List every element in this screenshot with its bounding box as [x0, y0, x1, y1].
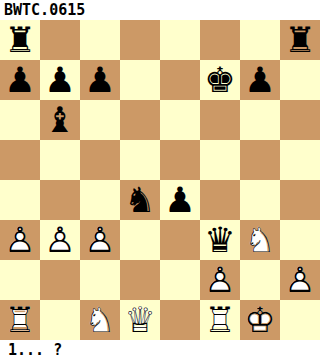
square-b6[interactable]: ♝: [40, 100, 80, 140]
square-f4[interactable]: [200, 180, 240, 220]
square-d3[interactable]: [120, 220, 160, 260]
white-piece-outline: ♙: [200, 260, 240, 300]
black-queen-piece[interactable]: ♛: [200, 220, 240, 260]
white-queen-piece[interactable]: ♛♕: [120, 300, 160, 340]
square-c4[interactable]: [80, 180, 120, 220]
square-h6[interactable]: [280, 100, 320, 140]
square-e8[interactable]: [160, 20, 200, 60]
square-f8[interactable]: [200, 20, 240, 60]
square-a3[interactable]: ♟♙: [0, 220, 40, 260]
square-f5[interactable]: [200, 140, 240, 180]
square-f1[interactable]: ♜♖: [200, 300, 240, 340]
square-h7[interactable]: [280, 60, 320, 100]
black-piece-glyph: ♞: [120, 180, 160, 220]
black-piece-glyph: ♟: [160, 180, 200, 220]
square-g1[interactable]: ♚♔: [240, 300, 280, 340]
black-piece-glyph: ♟: [40, 60, 80, 100]
square-g5[interactable]: [240, 140, 280, 180]
square-a7[interactable]: ♟: [0, 60, 40, 100]
white-rook-piece[interactable]: ♜♖: [0, 300, 40, 340]
square-d5[interactable]: [120, 140, 160, 180]
chess-board: ♜♜♟♟♟♚♟♝♞♟♟♙♟♙♟♙♛♞♘♟♙♟♙♜♖♞♘♛♕♜♖♚♔: [0, 20, 320, 340]
black-pawn-piece[interactable]: ♟: [80, 60, 120, 100]
black-pawn-piece[interactable]: ♟: [0, 60, 40, 100]
white-knight-piece[interactable]: ♞♘: [80, 300, 120, 340]
square-b2[interactable]: [40, 260, 80, 300]
square-b7[interactable]: ♟: [40, 60, 80, 100]
square-g8[interactable]: [240, 20, 280, 60]
square-h2[interactable]: ♟♙: [280, 260, 320, 300]
square-c8[interactable]: [80, 20, 120, 60]
black-rook-piece[interactable]: ♜: [280, 20, 320, 60]
black-pawn-piece[interactable]: ♟: [40, 60, 80, 100]
black-piece-glyph: ♟: [240, 60, 280, 100]
square-g3[interactable]: ♞♘: [240, 220, 280, 260]
move-prompt: 1... ?: [8, 341, 62, 359]
white-king-piece[interactable]: ♚♔: [240, 300, 280, 340]
square-g7[interactable]: ♟: [240, 60, 280, 100]
white-knight-piece[interactable]: ♞♘: [240, 220, 280, 260]
square-d7[interactable]: [120, 60, 160, 100]
square-e6[interactable]: [160, 100, 200, 140]
square-b3[interactable]: ♟♙: [40, 220, 80, 260]
square-h4[interactable]: [280, 180, 320, 220]
white-piece-outline: ♖: [0, 300, 40, 340]
square-e4[interactable]: ♟: [160, 180, 200, 220]
square-c6[interactable]: [80, 100, 120, 140]
black-pawn-piece[interactable]: ♟: [240, 60, 280, 100]
black-piece-glyph: ♝: [40, 100, 80, 140]
square-a6[interactable]: [0, 100, 40, 140]
square-d4[interactable]: ♞: [120, 180, 160, 220]
white-piece-outline: ♘: [240, 220, 280, 260]
square-d6[interactable]: [120, 100, 160, 140]
square-h3[interactable]: [280, 220, 320, 260]
square-h5[interactable]: [280, 140, 320, 180]
black-pawn-piece[interactable]: ♟: [160, 180, 200, 220]
title-bar: BWTC.0615: [0, 0, 320, 20]
square-e7[interactable]: [160, 60, 200, 100]
white-pawn-piece[interactable]: ♟♙: [40, 220, 80, 260]
square-e3[interactable]: [160, 220, 200, 260]
white-pawn-piece[interactable]: ♟♙: [0, 220, 40, 260]
square-a2[interactable]: [0, 260, 40, 300]
white-piece-outline: ♔: [240, 300, 280, 340]
square-f6[interactable]: [200, 100, 240, 140]
black-piece-glyph: ♟: [80, 60, 120, 100]
square-h8[interactable]: ♜: [280, 20, 320, 60]
square-b8[interactable]: [40, 20, 80, 60]
white-rook-piece[interactable]: ♜♖: [200, 300, 240, 340]
square-b5[interactable]: [40, 140, 80, 180]
black-knight-piece[interactable]: ♞: [120, 180, 160, 220]
square-a5[interactable]: [0, 140, 40, 180]
square-g4[interactable]: [240, 180, 280, 220]
black-piece-glyph: ♛: [200, 220, 240, 260]
square-a1[interactable]: ♜♖: [0, 300, 40, 340]
black-piece-glyph: ♚: [200, 60, 240, 100]
square-c5[interactable]: [80, 140, 120, 180]
white-piece-outline: ♕: [120, 300, 160, 340]
square-g6[interactable]: [240, 100, 280, 140]
square-a4[interactable]: [0, 180, 40, 220]
square-a8[interactable]: ♜: [0, 20, 40, 60]
white-piece-outline: ♙: [280, 260, 320, 300]
black-bishop-piece[interactable]: ♝: [40, 100, 80, 140]
black-rook-piece[interactable]: ♜: [0, 20, 40, 60]
square-e1[interactable]: [160, 300, 200, 340]
square-f2[interactable]: ♟♙: [200, 260, 240, 300]
white-pawn-piece[interactable]: ♟♙: [280, 260, 320, 300]
white-piece-outline: ♙: [40, 220, 80, 260]
square-c7[interactable]: ♟: [80, 60, 120, 100]
black-piece-glyph: ♜: [0, 20, 40, 60]
square-e5[interactable]: [160, 140, 200, 180]
white-piece-outline: ♘: [80, 300, 120, 340]
square-h1[interactable]: [280, 300, 320, 340]
black-piece-glyph: ♜: [280, 20, 320, 60]
square-f7[interactable]: ♚: [200, 60, 240, 100]
black-king-piece[interactable]: ♚: [200, 60, 240, 100]
diagram-title: BWTC.0615: [4, 1, 85, 19]
square-d1[interactable]: ♛♕: [120, 300, 160, 340]
square-c2[interactable]: [80, 260, 120, 300]
square-d2[interactable]: [120, 260, 160, 300]
black-piece-glyph: ♟: [0, 60, 40, 100]
status-bar: 1... ?: [0, 340, 320, 360]
square-d8[interactable]: [120, 20, 160, 60]
square-b1[interactable]: [40, 300, 80, 340]
white-piece-outline: ♙: [80, 220, 120, 260]
square-c3[interactable]: ♟♙: [80, 220, 120, 260]
white-piece-outline: ♖: [200, 300, 240, 340]
white-pawn-piece[interactable]: ♟♙: [80, 220, 120, 260]
square-b4[interactable]: [40, 180, 80, 220]
white-piece-outline: ♙: [0, 220, 40, 260]
square-e2[interactable]: [160, 260, 200, 300]
square-c1[interactable]: ♞♘: [80, 300, 120, 340]
white-pawn-piece[interactable]: ♟♙: [200, 260, 240, 300]
square-f3[interactable]: ♛: [200, 220, 240, 260]
square-g2[interactable]: [240, 260, 280, 300]
